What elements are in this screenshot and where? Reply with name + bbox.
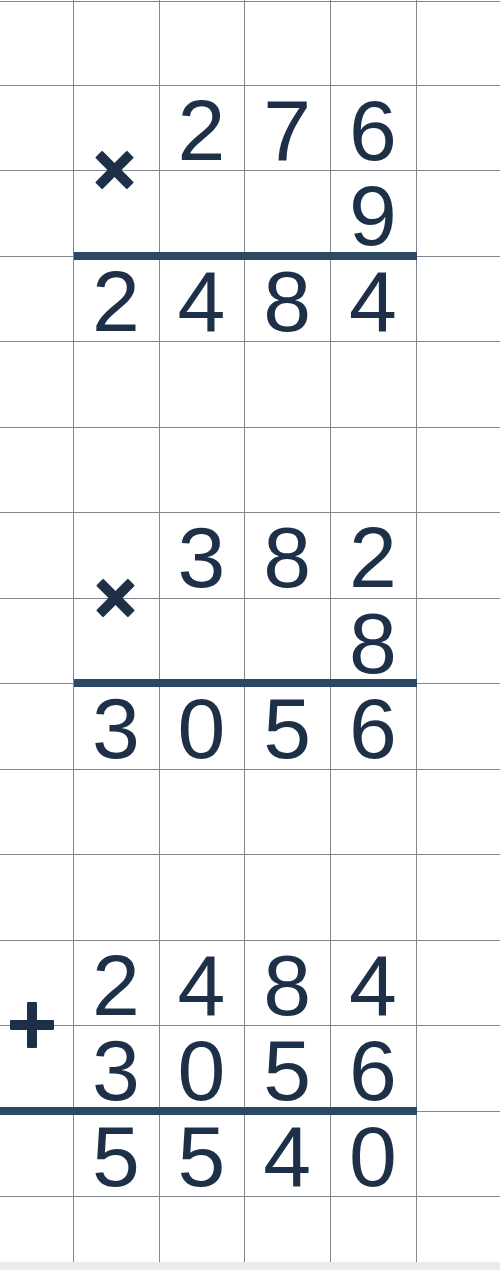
horizontal-grid-line	[0, 769, 500, 770]
horizontal-grid-line	[0, 341, 500, 342]
bottom-edge-band	[0, 1262, 500, 1270]
horizontal-grid-line	[0, 598, 500, 599]
grid-cell-digit: 3	[73, 683, 159, 769]
grid-cell-digit: 0	[330, 1111, 416, 1197]
grid-cell-digit: 4	[330, 256, 416, 342]
grid-cell-digit: 4	[330, 940, 416, 1026]
grid-cell-digit: 5	[159, 1111, 245, 1197]
times-sign	[92, 147, 136, 193]
grid-cell-digit: 4	[159, 256, 245, 342]
horizontal-grid-line	[0, 427, 500, 428]
horizontal-grid-line	[0, 1196, 500, 1197]
grid-cell-digit: 7	[244, 85, 330, 171]
grid-cell-digit: 5	[244, 683, 330, 769]
grid-cell-digit: 8	[244, 940, 330, 1026]
times-sign	[93, 575, 137, 621]
grid-cell-digit: 8	[244, 512, 330, 598]
grid-cell-digit: 9	[330, 170, 416, 256]
grid-cell-digit: 0	[159, 683, 245, 769]
vertical-grid-line	[416, 0, 417, 1262]
grid-cell-digit: 2	[159, 85, 245, 171]
grid-cell-digit: 2	[73, 256, 159, 342]
grid-cell-digit: 6	[330, 683, 416, 769]
horizontal-grid-line	[0, 1, 500, 2]
squared-paper-worksheet: 2769248438283056248430565540	[0, 0, 500, 1270]
grid-cell-digit: 4	[244, 1111, 330, 1197]
grid-cell-digit: 3	[73, 1025, 159, 1111]
grid-cell-digit: 2	[73, 940, 159, 1026]
grid-cell-digit: 4	[159, 940, 245, 1026]
grid-cell-digit: 5	[244, 1025, 330, 1111]
horizontal-grid-line	[0, 170, 500, 171]
horizontal-grid-line	[0, 854, 500, 855]
grid-cell-digit: 6	[330, 85, 416, 171]
plus-sign	[10, 1002, 54, 1048]
grid-cell-digit: 6	[330, 1025, 416, 1111]
grid-cell-digit: 3	[159, 512, 245, 598]
grid-cell-digit: 0	[159, 1025, 245, 1111]
grid-cell-digit: 5	[73, 1111, 159, 1197]
grid-cell-digit: 8	[244, 256, 330, 342]
grid-cell-digit: 2	[330, 512, 416, 598]
sign-stroke	[27, 1002, 38, 1048]
grid-cell-digit: 8	[330, 598, 416, 684]
